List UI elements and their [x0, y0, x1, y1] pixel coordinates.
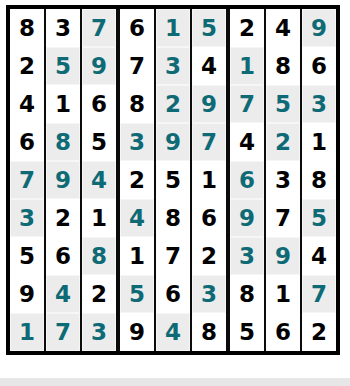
cell-r9c9[interactable]: 2 [302, 313, 336, 351]
cell-r5c7[interactable]: 6 [230, 161, 266, 201]
cell-r1c4[interactable]: 6 [120, 9, 156, 49]
cell-r8c9[interactable]: 7 [302, 275, 336, 315]
cell-r4c9[interactable]: 1 [302, 123, 336, 163]
cell-r2c7[interactable]: 1 [230, 47, 266, 87]
board-row-5: 794251638 [10, 161, 336, 199]
board-row-4: 685397421 [10, 123, 336, 161]
cell-r5c8[interactable]: 3 [266, 161, 302, 201]
cell-r2c3[interactable]: 9 [82, 47, 120, 87]
cell-r2c5[interactable]: 3 [156, 47, 192, 87]
cell-r3c3[interactable]: 6 [82, 85, 120, 127]
cell-r6c9[interactable]: 5 [302, 199, 336, 241]
page-background: 8376152492597341864168297536853974217942… [0, 0, 350, 378]
cell-r8c1[interactable]: 9 [10, 275, 46, 315]
cell-r9c3[interactable]: 3 [82, 313, 120, 351]
cell-r1c3[interactable]: 7 [82, 9, 120, 49]
cell-r5c6[interactable]: 1 [192, 161, 230, 201]
cell-r2c6[interactable]: 4 [192, 47, 230, 87]
cell-r3c7[interactable]: 7 [230, 85, 266, 127]
cell-r9c4[interactable]: 9 [120, 313, 156, 351]
cell-r6c6[interactable]: 6 [192, 199, 230, 241]
cell-r5c5[interactable]: 5 [156, 161, 192, 201]
cell-r8c6[interactable]: 3 [192, 275, 230, 315]
cell-r9c6[interactable]: 8 [192, 313, 230, 351]
cell-r7c8[interactable]: 9 [266, 237, 302, 277]
cell-r1c1[interactable]: 8 [10, 9, 46, 49]
cell-r6c7[interactable]: 9 [230, 199, 266, 241]
cell-r6c5[interactable]: 8 [156, 199, 192, 241]
cell-r1c2[interactable]: 3 [46, 9, 82, 49]
board-row-6: 321486975 [10, 199, 336, 237]
cell-r5c1[interactable]: 7 [10, 161, 46, 201]
cell-r3c1[interactable]: 4 [10, 85, 46, 127]
cell-r7c6[interactable]: 2 [192, 237, 230, 277]
cell-r1c5[interactable]: 1 [156, 9, 192, 49]
cell-r2c1[interactable]: 2 [10, 47, 46, 87]
cell-r5c3[interactable]: 4 [82, 161, 120, 201]
cell-r7c4[interactable]: 1 [120, 237, 156, 277]
cell-r9c5[interactable]: 4 [156, 313, 192, 351]
board-row-9: 173948562 [10, 313, 336, 351]
cell-r4c1[interactable]: 6 [10, 123, 46, 163]
cell-r6c8[interactable]: 7 [266, 199, 302, 241]
cell-r8c7[interactable]: 8 [230, 275, 266, 315]
cell-r8c3[interactable]: 2 [82, 275, 120, 315]
cell-r1c7[interactable]: 2 [230, 9, 266, 49]
cell-r8c2[interactable]: 4 [46, 275, 82, 315]
board-row-8: 942563817 [10, 275, 336, 313]
cell-r9c7[interactable]: 5 [230, 313, 266, 351]
cell-r7c7[interactable]: 3 [230, 237, 266, 277]
cell-r4c3[interactable]: 5 [82, 123, 120, 163]
cell-r8c8[interactable]: 1 [266, 275, 302, 315]
cell-r4c6[interactable]: 7 [192, 123, 230, 163]
board-row-7: 568172394 [10, 237, 336, 275]
cell-r7c3[interactable]: 8 [82, 237, 120, 277]
cell-r6c2[interactable]: 2 [46, 199, 82, 241]
cell-r3c9[interactable]: 3 [302, 85, 336, 127]
cell-r6c1[interactable]: 3 [10, 199, 46, 241]
cell-r3c8[interactable]: 5 [266, 85, 302, 127]
cell-r9c2[interactable]: 7 [46, 313, 82, 351]
cell-r8c4[interactable]: 5 [120, 275, 156, 315]
cell-r9c8[interactable]: 6 [266, 313, 302, 351]
cell-r7c9[interactable]: 4 [302, 237, 336, 277]
board-row-3: 416829753 [10, 85, 336, 123]
cell-r1c6[interactable]: 5 [192, 9, 230, 49]
cell-r1c9[interactable]: 9 [302, 9, 336, 49]
cell-r5c9[interactable]: 8 [302, 161, 336, 201]
cell-r6c4[interactable]: 4 [120, 199, 156, 241]
cell-r2c8[interactable]: 8 [266, 47, 302, 87]
cell-r1c8[interactable]: 4 [266, 9, 302, 49]
cell-r4c4[interactable]: 3 [120, 123, 156, 163]
cell-r7c5[interactable]: 7 [156, 237, 192, 277]
cell-r7c2[interactable]: 6 [46, 237, 82, 277]
sudoku-board: 8376152492597341864168297536853974217942… [6, 5, 340, 355]
cell-r7c1[interactable]: 5 [10, 237, 46, 277]
cell-r9c1[interactable]: 1 [10, 313, 46, 351]
cell-r6c3[interactable]: 1 [82, 199, 120, 241]
cell-r2c9[interactable]: 6 [302, 47, 336, 87]
cell-r4c5[interactable]: 9 [156, 123, 192, 163]
cell-r4c2[interactable]: 8 [46, 123, 82, 163]
board-row-2: 259734186 [10, 47, 336, 85]
cell-r3c6[interactable]: 9 [192, 85, 230, 127]
cell-r3c5[interactable]: 2 [156, 85, 192, 127]
board-row-1: 837615249 [10, 9, 336, 47]
cell-r2c4[interactable]: 7 [120, 47, 156, 87]
cell-r8c5[interactable]: 6 [156, 275, 192, 315]
cell-r3c2[interactable]: 1 [46, 85, 82, 127]
cell-r2c2[interactable]: 5 [46, 47, 82, 87]
cell-r4c8[interactable]: 2 [266, 123, 302, 163]
cell-r5c4[interactable]: 2 [120, 161, 156, 201]
cell-r4c7[interactable]: 4 [230, 123, 266, 163]
cell-r5c2[interactable]: 9 [46, 161, 82, 201]
cell-r3c4[interactable]: 8 [120, 85, 156, 127]
